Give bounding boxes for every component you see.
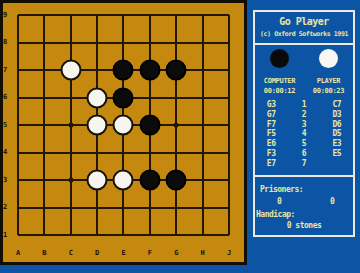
goban [5, 1, 242, 249]
intersection-F3[interactable] [137, 166, 163, 194]
intersection-D3[interactable] [84, 166, 110, 194]
intersection-G3[interactable] [163, 166, 189, 194]
col-label-B: B [38, 249, 50, 258]
white-stone [113, 115, 134, 136]
move-white: C7 [321, 100, 353, 110]
row-label-2: 2 [3, 203, 13, 212]
intersection-C5[interactable] [58, 111, 84, 139]
intersection-H1[interactable] [189, 221, 215, 249]
intersection-H2[interactable] [189, 194, 215, 222]
intersection-C2[interactable] [58, 194, 84, 222]
black-stone [166, 170, 187, 191]
intersection-C4[interactable] [58, 139, 84, 167]
players-row: COMPUTER 00:00:12 PLAYER 00:00:23 [255, 49, 353, 95]
move-black: G3 [255, 100, 287, 110]
move-white: D3 [321, 110, 353, 120]
move-row-5: E65E3 [255, 139, 353, 149]
intersection-B9[interactable] [31, 1, 57, 29]
intersection-E1[interactable] [110, 221, 136, 249]
intersection-B7[interactable] [31, 56, 57, 84]
move-row-1: G31C7 [255, 100, 353, 110]
black-stone [139, 60, 160, 81]
intersection-B3[interactable] [31, 166, 57, 194]
intersection-F9[interactable] [137, 1, 163, 29]
black-stone [113, 60, 134, 81]
intersection-J9[interactable] [216, 1, 242, 29]
intersection-C9[interactable] [58, 1, 84, 29]
prisoners-computer-count: 0 [255, 197, 304, 206]
black-stone [113, 87, 134, 108]
white-stone [87, 115, 108, 136]
intersection-H6[interactable] [189, 84, 215, 112]
move-white: D5 [321, 129, 353, 139]
move-white [321, 159, 353, 169]
row-label-7: 7 [3, 66, 13, 75]
white-stone [87, 87, 108, 108]
intersection-E5[interactable] [110, 111, 136, 139]
row-label-1: 1 [3, 231, 13, 240]
intersection-H3[interactable] [189, 166, 215, 194]
intersection-J7[interactable] [216, 56, 242, 84]
move-black: E7 [255, 159, 287, 169]
intersection-B8[interactable] [31, 29, 57, 57]
intersection-F4[interactable] [137, 139, 163, 167]
intersection-D1[interactable] [84, 221, 110, 249]
hoshi-point [174, 123, 179, 128]
intersection-B2[interactable] [31, 194, 57, 222]
intersection-C8[interactable] [58, 29, 84, 57]
col-label-C: C [65, 249, 77, 258]
info-panel: Go Player (c) Oxford Softworks 1991 COMP… [247, 0, 360, 273]
info-box: Go Player (c) Oxford Softworks 1991 COMP… [253, 10, 355, 237]
intersection-J8[interactable] [216, 29, 242, 57]
black-stone [139, 170, 160, 191]
computer-clock: 00:00:12 [255, 87, 304, 95]
row-label-5: 5 [3, 121, 13, 130]
intersection-G2[interactable] [163, 194, 189, 222]
board-window: 987654321 ABCDEFGHJ [0, 0, 247, 265]
col-label-D: D [91, 249, 103, 258]
intersection-H9[interactable] [189, 1, 215, 29]
col-label-G: G [170, 249, 182, 258]
black-stone [166, 60, 187, 81]
intersection-B4[interactable] [31, 139, 57, 167]
intersection-B1[interactable] [31, 221, 57, 249]
prisoners-values: 0 0 [255, 197, 353, 206]
intersection-D6[interactable] [84, 84, 110, 112]
player-column: PLAYER 00:00:23 [304, 49, 353, 95]
intersection-F2[interactable] [137, 194, 163, 222]
intersection-J5[interactable] [216, 111, 242, 139]
intersection-F1[interactable] [137, 221, 163, 249]
intersection-C7[interactable] [58, 56, 84, 84]
computer-label: COMPUTER [255, 77, 304, 85]
move-black: F3 [255, 149, 287, 159]
row-label-8: 8 [3, 38, 13, 47]
move-number: 3 [287, 120, 320, 130]
intersection-D8[interactable] [84, 29, 110, 57]
intersection-H4[interactable] [189, 139, 215, 167]
white-stone [87, 170, 108, 191]
row-label-4: 4 [3, 148, 13, 157]
intersection-J4[interactable] [216, 139, 242, 167]
intersection-D4[interactable] [84, 139, 110, 167]
intersection-E7[interactable] [110, 56, 136, 84]
intersection-B5[interactable] [31, 111, 57, 139]
col-label-A: A [12, 249, 24, 258]
move-white: D6 [321, 120, 353, 130]
intersection-E8[interactable] [110, 29, 136, 57]
intersection-F8[interactable] [137, 29, 163, 57]
row-label-6: 6 [3, 93, 13, 102]
move-number: 2 [287, 110, 320, 120]
intersection-H8[interactable] [189, 29, 215, 57]
intersection-G1[interactable] [163, 221, 189, 249]
move-black: G7 [255, 110, 287, 120]
col-label-J: J [223, 249, 235, 258]
intersection-J3[interactable] [216, 166, 242, 194]
move-black: E6 [255, 139, 287, 149]
intersection-G4[interactable] [163, 139, 189, 167]
white-stone-icon [319, 49, 338, 68]
hoshi-point [68, 178, 73, 183]
intersection-D2[interactable] [84, 194, 110, 222]
move-black: F5 [255, 129, 287, 139]
move-list: G31C7G72D3F73D6F54D5E65E3F36E5E77 [255, 100, 353, 169]
intersection-E2[interactable] [110, 194, 136, 222]
go-player-screen: { "game": { "name": "Go", "board_size": … [0, 0, 360, 273]
move-row-6: F36E5 [255, 149, 353, 159]
white-stone [113, 170, 134, 191]
intersection-B6[interactable] [31, 84, 57, 112]
col-label-E: E [118, 249, 130, 258]
intersection-D7[interactable] [84, 56, 110, 84]
handicap-value: 0 stones [255, 221, 353, 230]
move-number: 4 [287, 129, 320, 139]
move-row-3: F73D6 [255, 120, 353, 130]
intersection-E3[interactable] [110, 166, 136, 194]
move-row-2: G72D3 [255, 110, 353, 120]
intersection-D9[interactable] [84, 1, 110, 29]
player-label: PLAYER [304, 77, 353, 85]
intersection-E9[interactable] [110, 1, 136, 29]
black-stone [139, 115, 160, 136]
intersection-E4[interactable] [110, 139, 136, 167]
intersection-J6[interactable] [216, 84, 242, 112]
intersection-G9[interactable] [163, 1, 189, 29]
computer-column: COMPUTER 00:00:12 [255, 49, 304, 95]
intersection-F6[interactable] [137, 84, 163, 112]
intersection-H7[interactable] [189, 56, 215, 84]
move-row-7: E77 [255, 159, 353, 169]
black-stone-icon [270, 49, 289, 68]
col-label-H: H [197, 249, 209, 258]
move-number: 1 [287, 100, 320, 110]
move-row-4: F54D5 [255, 129, 353, 139]
intersection-F5[interactable] [137, 111, 163, 139]
intersection-C3[interactable] [58, 166, 84, 194]
goban-background: 987654321 ABCDEFGHJ [3, 3, 244, 262]
intersection-J2[interactable] [216, 194, 242, 222]
move-number: 7 [287, 159, 320, 169]
separator-bottom [255, 175, 353, 177]
prisoners-label: Prisoners: [260, 185, 303, 194]
intersection-D5[interactable] [84, 111, 110, 139]
separator-top [255, 43, 353, 45]
intersection-J1[interactable] [216, 221, 242, 249]
intersection-G7[interactable] [163, 56, 189, 84]
move-white: E5 [321, 149, 353, 159]
hoshi-point [68, 123, 73, 128]
handicap-label: Handicap: [256, 210, 295, 219]
intersection-C1[interactable] [58, 221, 84, 249]
app-title: Go Player [255, 16, 353, 27]
intersection-F7[interactable] [137, 56, 163, 84]
move-number: 5 [287, 139, 320, 149]
prisoners-player-count: 0 [308, 197, 357, 206]
intersection-G8[interactable] [163, 29, 189, 57]
intersection-C6[interactable] [58, 84, 84, 112]
col-label-F: F [144, 249, 156, 258]
row-label-9: 9 [3, 11, 13, 20]
move-black: F7 [255, 120, 287, 130]
copyright-text: (c) Oxford Softworks 1991 [255, 30, 353, 38]
player-clock: 00:00:23 [304, 87, 353, 95]
move-number: 6 [287, 149, 320, 159]
intersection-G6[interactable] [163, 84, 189, 112]
row-label-3: 3 [3, 176, 13, 185]
intersection-H5[interactable] [189, 111, 215, 139]
intersection-E6[interactable] [110, 84, 136, 112]
move-white: E3 [321, 139, 353, 149]
white-stone [60, 60, 81, 81]
intersection-G5[interactable] [163, 111, 189, 139]
